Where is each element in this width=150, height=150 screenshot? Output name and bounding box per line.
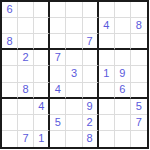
given-digit-r2c9[interactable]: 8 <box>131 18 147 34</box>
given-digit-r2c7[interactable]: 4 <box>99 18 115 34</box>
given-digit-r6c4[interactable]: 4 <box>50 83 66 99</box>
cell-r1c7[interactable] <box>99 2 115 18</box>
given-digit-r8c6[interactable]: 2 <box>83 115 99 131</box>
cell-r6c1[interactable] <box>2 83 18 99</box>
cell-r6c3[interactable] <box>34 83 50 99</box>
given-digit-r9c2[interactable]: 7 <box>18 131 34 147</box>
cell-r7c1[interactable] <box>2 99 18 115</box>
cell-r4c3[interactable] <box>34 50 50 66</box>
cell-r1c4[interactable] <box>50 2 66 18</box>
cell-r7c7[interactable] <box>99 99 115 115</box>
given-digit-r6c2[interactable]: 8 <box>18 83 34 99</box>
cell-r1c6[interactable] <box>83 2 99 18</box>
cell-r3c7[interactable] <box>99 34 115 50</box>
cell-r9c9[interactable] <box>131 131 147 147</box>
cell-r4c1[interactable] <box>2 50 18 66</box>
cell-r8c2[interactable] <box>18 115 34 131</box>
cell-r7c5[interactable] <box>66 99 82 115</box>
given-digit-r8c9[interactable]: 7 <box>131 115 147 131</box>
cell-r5c2[interactable] <box>18 66 34 82</box>
cell-r3c9[interactable] <box>131 34 147 50</box>
cell-r6c5[interactable] <box>66 83 82 99</box>
cell-r1c9[interactable] <box>131 2 147 18</box>
cell-r2c5[interactable] <box>66 18 82 34</box>
cell-r8c8[interactable] <box>115 115 131 131</box>
cell-r4c8[interactable] <box>115 50 131 66</box>
cell-r5c6[interactable] <box>83 66 99 82</box>
given-digit-r8c4[interactable]: 5 <box>50 115 66 131</box>
cell-r3c2[interactable] <box>18 34 34 50</box>
cell-r4c9[interactable] <box>131 50 147 66</box>
cell-r2c4[interactable] <box>50 18 66 34</box>
cell-r2c2[interactable] <box>18 18 34 34</box>
given-digit-r1c1[interactable]: 6 <box>2 2 18 18</box>
given-digit-r3c6[interactable]: 7 <box>83 34 99 50</box>
sudoku-board: 6488727319846495527718 <box>0 0 149 149</box>
cell-r5c1[interactable] <box>2 66 18 82</box>
cell-r1c2[interactable] <box>18 2 34 18</box>
given-digit-r9c6[interactable]: 8 <box>83 131 99 147</box>
given-digit-r5c5[interactable]: 3 <box>66 66 82 82</box>
cell-r1c5[interactable] <box>66 2 82 18</box>
given-digit-r3c1[interactable]: 8 <box>2 34 18 50</box>
cell-r9c1[interactable] <box>2 131 18 147</box>
cell-r8c7[interactable] <box>99 115 115 131</box>
given-digit-r5c8[interactable]: 9 <box>115 66 131 82</box>
cell-r6c9[interactable] <box>131 83 147 99</box>
cell-r6c6[interactable] <box>83 83 99 99</box>
given-digit-r4c2[interactable]: 2 <box>18 50 34 66</box>
given-digit-r4c4[interactable]: 7 <box>50 50 66 66</box>
cell-r7c4[interactable] <box>50 99 66 115</box>
cell-r2c1[interactable] <box>2 18 18 34</box>
cell-r4c5[interactable] <box>66 50 82 66</box>
cell-r2c3[interactable] <box>34 18 50 34</box>
given-digit-r9c3[interactable]: 1 <box>34 131 50 147</box>
cell-r5c4[interactable] <box>50 66 66 82</box>
cell-r6c7[interactable] <box>99 83 115 99</box>
cell-r5c3[interactable] <box>34 66 50 82</box>
cell-r8c1[interactable] <box>2 115 18 131</box>
cell-r4c7[interactable] <box>99 50 115 66</box>
cell-r1c8[interactable] <box>115 2 131 18</box>
cell-r8c5[interactable] <box>66 115 82 131</box>
given-digit-r6c8[interactable]: 6 <box>115 83 131 99</box>
cell-r7c8[interactable] <box>115 99 131 115</box>
cell-r9c8[interactable] <box>115 131 131 147</box>
cell-r9c7[interactable] <box>99 131 115 147</box>
given-digit-r7c3[interactable]: 4 <box>34 99 50 115</box>
cell-r4c6[interactable] <box>83 50 99 66</box>
cell-r3c8[interactable] <box>115 34 131 50</box>
given-digit-r7c6[interactable]: 9 <box>83 99 99 115</box>
cell-r3c3[interactable] <box>34 34 50 50</box>
cell-r3c5[interactable] <box>66 34 82 50</box>
cell-r8c3[interactable] <box>34 115 50 131</box>
cell-r2c6[interactable] <box>83 18 99 34</box>
given-digit-r7c9[interactable]: 5 <box>131 99 147 115</box>
cell-r3c4[interactable] <box>50 34 66 50</box>
cell-r9c4[interactable] <box>50 131 66 147</box>
cell-r1c3[interactable] <box>34 2 50 18</box>
sudoku-page: 6488727319846495527718 <box>0 0 150 150</box>
given-digit-r5c7[interactable]: 1 <box>99 66 115 82</box>
cell-r5c9[interactable] <box>131 66 147 82</box>
cell-r7c2[interactable] <box>18 99 34 115</box>
cell-r2c8[interactable] <box>115 18 131 34</box>
cell-r9c5[interactable] <box>66 131 82 147</box>
